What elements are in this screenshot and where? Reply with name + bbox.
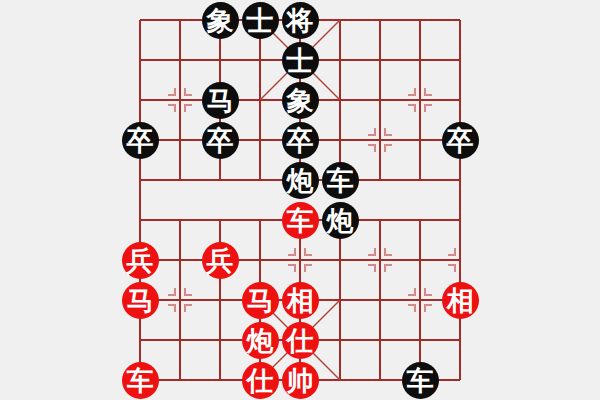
piece-black-horse-a[interactable]: 马: [202, 82, 239, 119]
pieces-layer: 象士将士马象卒卒卒卒炮车车炮兵兵马马相相炮仕车仕帅车: [120, 0, 480, 400]
xiangqi-board: 象士将士马象卒卒卒卒炮车车炮兵兵马马相相炮仕车仕帅车: [0, 0, 600, 400]
piece-black-cannon-a[interactable]: 炮: [282, 162, 319, 199]
piece-red-general[interactable]: 帅: [282, 362, 319, 399]
piece-red-horse-b[interactable]: 马: [242, 282, 279, 319]
piece-red-cannon-a[interactable]: 炮: [242, 322, 279, 359]
piece-black-soldier-c[interactable]: 卒: [282, 122, 319, 159]
piece-red-elephant-b[interactable]: 相: [442, 282, 479, 319]
piece-red-advisor-b[interactable]: 仕: [242, 362, 279, 399]
piece-red-elephant-a[interactable]: 相: [282, 282, 319, 319]
piece-red-chariot-b[interactable]: 车: [122, 362, 159, 399]
piece-black-cannon-b[interactable]: 炮: [322, 202, 359, 239]
piece-black-soldier-d[interactable]: 卒: [442, 122, 479, 159]
piece-black-advisor-a[interactable]: 士: [242, 2, 279, 39]
piece-black-chariot-a[interactable]: 车: [322, 162, 359, 199]
piece-red-soldier-b[interactable]: 兵: [202, 242, 239, 279]
piece-black-advisor-b[interactable]: 士: [282, 42, 319, 79]
piece-black-chariot-b[interactable]: 车: [402, 362, 439, 399]
piece-black-general[interactable]: 将: [282, 2, 319, 39]
piece-black-elephant-a[interactable]: 象: [202, 2, 239, 39]
piece-red-soldier-a[interactable]: 兵: [122, 242, 159, 279]
piece-black-elephant-b[interactable]: 象: [282, 82, 319, 119]
piece-black-soldier-a[interactable]: 卒: [122, 122, 159, 159]
piece-red-chariot-a[interactable]: 车: [282, 202, 319, 239]
piece-red-advisor-a[interactable]: 仕: [282, 322, 319, 359]
piece-black-soldier-b[interactable]: 卒: [202, 122, 239, 159]
piece-red-horse-a[interactable]: 马: [122, 282, 159, 319]
